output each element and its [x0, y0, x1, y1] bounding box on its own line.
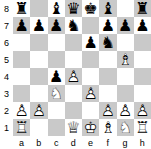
black-pawn: ♟ [101, 17, 115, 34]
black-king: ♚ [83, 0, 97, 17]
square-g7[interactable]: ♟ [117, 17, 134, 34]
rank-label-4: 4 [0, 68, 13, 85]
rank-labels: 87654321 [0, 0, 13, 136]
file-label-e: e [82, 138, 99, 148]
square-a1[interactable]: ♜♖ [13, 119, 30, 136]
rank-label-5: 5 [0, 51, 13, 68]
square-g3[interactable] [117, 85, 134, 102]
square-d1[interactable]: ♛♕ [65, 119, 82, 136]
square-h2[interactable]: ♟♙ [134, 102, 151, 119]
white-queen: ♛♕ [66, 119, 80, 136]
white-pawn: ♟♙ [118, 102, 132, 119]
square-d5[interactable] [65, 51, 82, 68]
black-pawn: ♟ [49, 68, 63, 85]
square-h7[interactable]: ♟ [134, 17, 151, 34]
black-pawn: ♟ [14, 17, 28, 34]
black-pawn: ♟ [32, 17, 46, 34]
white-pawn: ♟♙ [101, 102, 115, 119]
square-e2[interactable] [82, 102, 99, 119]
square-g6[interactable] [117, 34, 134, 51]
square-f3[interactable] [99, 85, 116, 102]
square-f8[interactable]: ♝ [99, 0, 116, 17]
square-b2[interactable]: ♟♙ [30, 102, 47, 119]
white-king: ♚♔ [83, 119, 97, 136]
rank-label-7: 7 [0, 17, 13, 34]
square-e3[interactable]: ♟♙ [82, 85, 99, 102]
square-g1[interactable]: ♞♘ [117, 119, 134, 136]
square-a2[interactable]: ♟♙ [13, 102, 30, 119]
white-bishop: ♝♗ [101, 119, 115, 136]
square-a6[interactable] [13, 34, 30, 51]
rank-label-3: 3 [0, 85, 13, 102]
file-label-h: h [134, 138, 151, 148]
file-label-a: a [13, 138, 30, 148]
white-bishop: ♝♗ [118, 51, 132, 68]
square-c3[interactable]: ♞♘ [48, 85, 65, 102]
square-d6[interactable] [65, 34, 82, 51]
white-pawn: ♟♙ [135, 102, 149, 119]
square-h4[interactable] [134, 68, 151, 85]
square-d2[interactable] [65, 102, 82, 119]
white-pawn: ♟♙ [66, 68, 80, 85]
square-a3[interactable] [13, 85, 30, 102]
square-h8[interactable]: ♜ [134, 0, 151, 17]
square-h1[interactable]: ♜♖ [134, 119, 151, 136]
square-g5[interactable]: ♝♗ [117, 51, 134, 68]
rank-label-6: 6 [0, 34, 13, 51]
rank-label-8: 8 [0, 0, 13, 17]
white-knight: ♞♘ [49, 85, 63, 102]
file-label-b: b [30, 138, 47, 148]
white-pawn: ♟♙ [32, 102, 46, 119]
square-b7[interactable]: ♟ [30, 17, 47, 34]
square-c7[interactable]: ♟ [48, 17, 65, 34]
square-e8[interactable]: ♚ [82, 0, 99, 17]
square-b6[interactable] [30, 34, 47, 51]
black-pawn: ♟ [49, 17, 63, 34]
square-c1[interactable] [48, 119, 65, 136]
black-queen: ♛ [66, 0, 80, 17]
square-d7[interactable]: ♞ [65, 17, 82, 34]
square-b4[interactable] [30, 68, 47, 85]
square-c6[interactable] [48, 34, 65, 51]
square-g8[interactable] [117, 0, 134, 17]
black-knight: ♞ [101, 34, 115, 51]
black-bishop: ♝ [101, 0, 115, 17]
file-labels: abcdefgh [13, 136, 151, 149]
square-e1[interactable]: ♚♔ [82, 119, 99, 136]
square-f6[interactable]: ♞ [99, 34, 116, 51]
white-pawn: ♟♙ [83, 85, 97, 102]
square-f1[interactable]: ♝♗ [99, 119, 116, 136]
square-b5[interactable] [30, 51, 47, 68]
square-c2[interactable] [48, 102, 65, 119]
black-knight: ♞ [66, 17, 80, 34]
square-h6[interactable] [134, 34, 151, 51]
square-g4[interactable] [117, 68, 134, 85]
square-e7[interactable] [82, 17, 99, 34]
square-d4[interactable]: ♟♙ [65, 68, 82, 85]
square-e5[interactable] [82, 51, 99, 68]
chess-board: ♜♝♛♚♝♜♟♟♟♞♟♟♟♟♞♝♗♟♟♙♞♘♟♙♟♙♟♙♟♙♟♙♟♙♜♖♛♕♚♔… [13, 0, 151, 136]
square-f7[interactable]: ♟ [99, 17, 116, 34]
square-c5[interactable] [48, 51, 65, 68]
white-rook: ♜♖ [14, 119, 28, 136]
square-f2[interactable]: ♟♙ [99, 102, 116, 119]
square-c4[interactable]: ♟ [48, 68, 65, 85]
black-rook: ♜ [135, 0, 149, 17]
square-d3[interactable] [65, 85, 82, 102]
chess-diagram: 87654321 ♜♝♛♚♝♜♟♟♟♞♟♟♟♟♞♝♗♟♟♙♞♘♟♙♟♙♟♙♟♙♟… [0, 0, 151, 149]
black-pawn: ♟ [83, 34, 97, 51]
square-b8[interactable] [30, 0, 47, 17]
square-a5[interactable] [13, 51, 30, 68]
square-g2[interactable]: ♟♙ [117, 102, 134, 119]
square-f4[interactable] [99, 68, 116, 85]
black-pawn: ♟ [135, 17, 149, 34]
rank-label-1: 1 [0, 119, 13, 136]
square-f5[interactable] [99, 51, 116, 68]
square-e4[interactable] [82, 68, 99, 85]
square-h3[interactable] [134, 85, 151, 102]
square-b3[interactable] [30, 85, 47, 102]
file-label-g: g [117, 138, 134, 148]
corner-spacer [0, 136, 13, 149]
black-rook: ♜ [14, 0, 28, 17]
square-c8[interactable]: ♝ [48, 0, 65, 17]
white-pawn: ♟♙ [14, 102, 28, 119]
square-d8[interactable]: ♛ [65, 0, 82, 17]
square-a7[interactable]: ♟ [13, 17, 30, 34]
black-pawn: ♟ [118, 17, 132, 34]
file-label-c: c [48, 138, 65, 148]
black-bishop: ♝ [49, 0, 63, 17]
rank-label-2: 2 [0, 102, 13, 119]
white-rook: ♜♖ [135, 119, 149, 136]
square-a4[interactable] [13, 68, 30, 85]
white-knight: ♞♘ [118, 119, 132, 136]
square-a8[interactable]: ♜ [13, 0, 30, 17]
square-e6[interactable]: ♟ [82, 34, 99, 51]
square-b1[interactable] [30, 119, 47, 136]
file-label-f: f [99, 138, 116, 148]
file-label-d: d [65, 138, 82, 148]
square-h5[interactable] [134, 51, 151, 68]
